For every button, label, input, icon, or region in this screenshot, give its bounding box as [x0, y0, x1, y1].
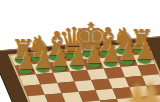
- chess-set-photo: ♜♞♝♛♚♝♞♜♟♟♟♟♟♟♟♟ ♟ ♟: [0, 0, 160, 102]
- black-pawn: ♟: [135, 39, 157, 63]
- blurred-foreground-piece-icon: ♟: [135, 78, 160, 102]
